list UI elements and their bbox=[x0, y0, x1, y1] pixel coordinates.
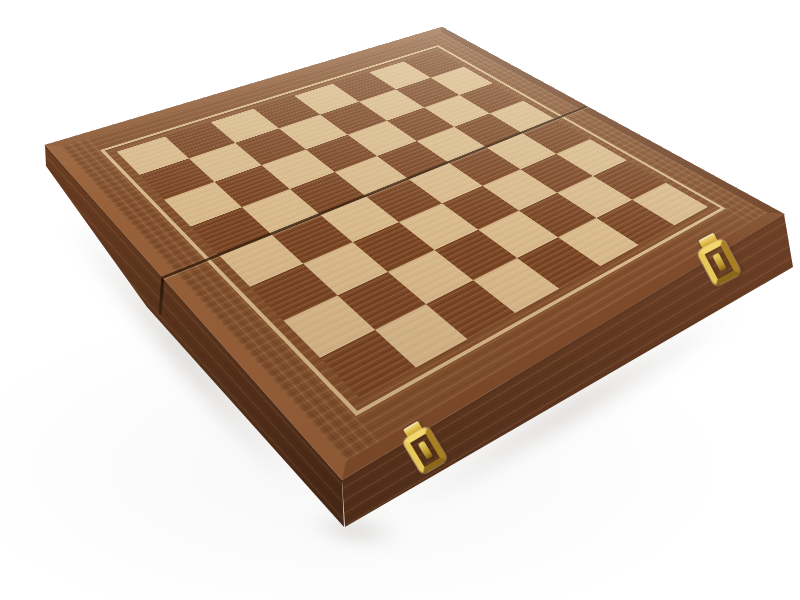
chess-board-photo bbox=[0, 0, 800, 600]
board-top-face bbox=[45, 27, 784, 480]
